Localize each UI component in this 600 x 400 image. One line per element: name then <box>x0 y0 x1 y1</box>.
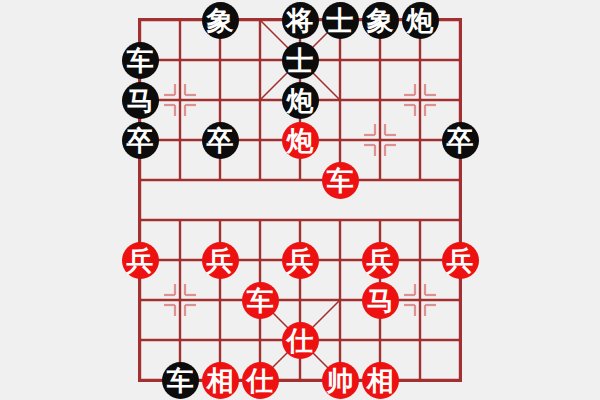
piece-black-cannon[interactable]: 炮 <box>282 82 319 119</box>
piece-red-cannon[interactable]: 炮 <box>282 122 319 159</box>
piece-black-advisor[interactable]: 士 <box>282 42 319 79</box>
piece-red-soldier[interactable]: 兵 <box>442 242 479 279</box>
piece-black-elephant[interactable]: 象 <box>362 2 399 39</box>
piece-black-chariot[interactable]: 车 <box>122 42 159 79</box>
piece-red-advisor[interactable]: 仕 <box>282 322 319 359</box>
xiangqi-screenshot: 象将士象炮车士马炮卒卒卒车炮车兵兵兵兵兵车马仕相仕帅相 <box>0 0 600 400</box>
piece-red-soldier[interactable]: 兵 <box>122 242 159 279</box>
piece-red-chariot[interactable]: 车 <box>322 162 359 199</box>
piece-red-soldier[interactable]: 兵 <box>282 242 319 279</box>
piece-red-elephant[interactable]: 相 <box>362 362 399 399</box>
piece-black-general[interactable]: 将 <box>282 2 319 39</box>
piece-red-general[interactable]: 帅 <box>322 362 359 399</box>
piece-red-soldier[interactable]: 兵 <box>362 242 399 279</box>
piece-black-chariot[interactable]: 车 <box>162 362 199 399</box>
piece-black-horse[interactable]: 马 <box>122 82 159 119</box>
piece-black-soldier[interactable]: 卒 <box>122 122 159 159</box>
piece-black-soldier[interactable]: 卒 <box>442 122 479 159</box>
piece-red-horse[interactable]: 马 <box>362 282 399 319</box>
xiangqi-board: 象将士象炮车士马炮卒卒卒车炮车兵兵兵兵兵车马仕相仕帅相 <box>120 0 480 400</box>
piece-red-chariot[interactable]: 车 <box>242 282 279 319</box>
piece-red-soldier[interactable]: 兵 <box>202 242 239 279</box>
piece-red-elephant[interactable]: 相 <box>202 362 239 399</box>
piece-black-cannon[interactable]: 炮 <box>402 2 439 39</box>
piece-black-soldier[interactable]: 卒 <box>202 122 239 159</box>
piece-black-elephant[interactable]: 象 <box>202 2 239 39</box>
piece-red-advisor[interactable]: 仕 <box>242 362 279 399</box>
piece-black-advisor[interactable]: 士 <box>322 2 359 39</box>
